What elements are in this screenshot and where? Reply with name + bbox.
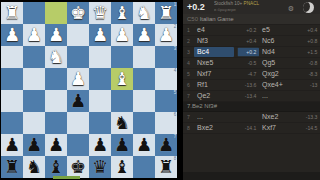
square-d6[interactable] [89,112,111,134]
move-black[interactable]: Kxf7 [259,123,299,133]
square-f5[interactable] [45,90,67,112]
eval-score: +0.2 [187,2,205,12]
square-h8[interactable]: ♜ [1,156,23,178]
move-number: 7 [184,113,193,122]
square-h7[interactable]: ♟ [1,134,23,156]
analysis-progress-bar [53,176,80,179]
move-black[interactable]: Qxe4+ [259,80,299,90]
move-row: 2Nf3+0.4Nc6+0.8 [183,36,320,47]
variation-line[interactable]: 7.Be2 Nf3# [183,102,320,112]
square-g5[interactable] [23,90,45,112]
move-black[interactable]: Nxe2 [259,112,299,122]
black-bishop: ♝ [111,156,133,178]
square-e8[interactable]: ♚ [67,156,89,178]
square-b8[interactable] [133,156,155,178]
analysis-panel: +0.2 Stockfish 10+ PNACL в браузере ⚙ C5… [183,0,320,180]
square-d8[interactable]: ♛ [89,156,111,178]
black-pawn: ♟ [89,134,111,156]
move-white[interactable]: Nxf7 [194,69,234,79]
black-pawn: ♟ [67,90,89,112]
move-row: 7Qe2-13.4... [183,91,320,102]
white-pawn: ♟ [67,68,89,90]
move-white[interactable]: Nf3 [194,36,234,46]
square-e4[interactable]: ♟ [67,68,89,90]
eval-white [238,113,259,122]
square-f4[interactable] [45,68,67,90]
engine-info: Stockfish 10+ PNACL в браузере [214,1,272,13]
square-h4[interactable] [1,68,23,90]
square-h3[interactable] [1,46,23,68]
white-knight: ♞ [45,46,67,68]
move-black[interactable]: Qg5 [259,58,299,68]
white-pawn: ♟ [1,24,23,46]
square-b5[interactable] [133,90,155,112]
white-knight: ♞ [133,2,155,24]
rank-label: 2 [173,24,176,29]
rank-label: 6 [173,112,176,117]
white-bishop: ♝ [111,68,133,90]
eval-white: +0.4 [238,37,259,46]
eval-black: -13.3 [302,113,320,122]
move-white[interactable]: Rf1 [194,80,234,90]
square-g2[interactable]: ♟ [23,24,45,46]
move-row: 6Rf1-13.6Qxe4+-13 [183,80,320,91]
square-b4[interactable] [133,68,155,90]
square-c7[interactable]: ♟ [111,134,133,156]
square-b1[interactable]: ♞ [133,2,155,24]
eval-white: -14.1 [238,124,259,133]
square-h2[interactable]: ♟ [1,24,23,46]
square-c3[interactable] [111,46,133,68]
move-row: 8Bxe2-14.1Kxf7-14.5 [183,123,320,134]
square-g1[interactable] [23,2,45,24]
move-number: 4 [184,59,193,68]
white-pawn: ♟ [111,24,133,46]
eval-black: +0.4 [302,26,320,35]
engine-location: в браузере [214,7,256,11]
engine-tech: PNACL [244,1,260,6]
move-row: 5Nxf7-4.7Qxg2-8.3 [183,69,320,80]
white-bishop: ♝ [111,2,133,24]
move-row: 4Nxe5-0.5Qg5-0.8 [183,58,320,69]
move-white[interactable]: e4 [194,25,234,35]
engine-name: Stockfish 10+ PNACL [214,1,259,6]
analysis-screen: ♜♚♛♝♞♜1♟♟♟♟♟♟♟2♞3♟♝4♟5♞6♟♟♟♟♟♟♟7♜♞♝♚♛♝♜8… [0,0,320,180]
move-number: 7 [184,92,193,101]
opening-name: C50 Italian Game [183,14,320,25]
square-d7[interactable]: ♟ [89,134,111,156]
move-number: 2 [184,37,193,46]
chess-board[interactable]: ♜♚♛♝♞♜1♟♟♟♟♟♟♟2♞3♟♝4♟5♞6♟♟♟♟♟♟♟7♜♞♝♚♛♝♜8 [1,2,177,178]
move-black[interactable]: Nd4 [259,47,299,57]
rank-label: 3 [173,46,176,51]
opening-eco: C50 [187,16,198,22]
square-g8[interactable]: ♞ [23,156,45,178]
square-e5[interactable]: ♟ [67,90,89,112]
eval-black: -13 [302,81,320,90]
square-h1[interactable]: ♜ [1,2,23,24]
square-g4[interactable] [23,68,45,90]
square-f2[interactable]: ♟ [45,24,67,46]
white-rook: ♜ [1,2,23,24]
toggle-knob [303,2,310,12]
square-d1[interactable]: ♛ [89,2,111,24]
move-row: 3Bc4+0.2Nd4+1.5 [183,47,320,58]
square-a1[interactable]: ♜1 [155,2,177,24]
eval-white: -13.4 [238,92,259,101]
square-d5[interactable] [89,90,111,112]
engine-header: +0.2 Stockfish 10+ PNACL в браузере ⚙ [183,0,320,14]
eval-black: -14.5 [302,124,320,133]
black-bishop: ♝ [45,156,67,178]
square-f1[interactable] [45,2,67,24]
square-a4[interactable]: 4 [155,68,177,90]
square-e6[interactable] [67,112,89,134]
square-e2[interactable] [67,24,89,46]
gear-icon[interactable]: ⚙ [288,5,294,12]
square-c5[interactable] [111,90,133,112]
square-c1[interactable]: ♝ [111,2,133,24]
move-black[interactable]: ... [259,91,299,101]
black-knight: ♞ [23,156,45,178]
move-number: 8 [184,124,193,133]
move-white[interactable]: Nxe5 [194,58,234,68]
square-a7[interactable]: ♟7 [155,134,177,156]
square-d4[interactable] [89,68,111,90]
eval-white: -13.6 [238,81,259,90]
square-c8[interactable]: ♝ [111,156,133,178]
square-a8[interactable]: ♜8 [155,156,177,178]
square-b2[interactable]: ♟ [133,24,155,46]
eval-black: +1.5 [302,48,320,57]
eval-black [302,92,320,101]
white-king: ♚ [67,2,89,24]
engine-toggle[interactable] [303,2,314,13]
move-black[interactable]: e5 [259,25,299,35]
move-list: 1e4+0.2e5+0.42Nf3+0.4Nc6+0.83Bc4+0.2Nd4+… [183,25,320,134]
eval-white: -0.5 [238,59,259,68]
move-white[interactable]: ... [194,112,234,122]
eval-white: +0.2 [238,48,259,57]
square-a5[interactable]: 5 [155,90,177,112]
square-g6[interactable] [23,112,45,134]
black-queen: ♛ [89,156,111,178]
square-f3[interactable]: ♞ [45,46,67,68]
black-knight: ♞ [111,112,133,134]
square-e7[interactable] [67,134,89,156]
black-pawn: ♟ [1,134,23,156]
square-g3[interactable] [23,46,45,68]
square-c2[interactable]: ♟ [111,24,133,46]
panel-footer [183,172,320,180]
square-c6[interactable]: ♞ [111,112,133,134]
eval-black: +0.8 [302,37,320,46]
square-a2[interactable]: ♟2 [155,24,177,46]
move-number: 3 [184,48,193,57]
black-pawn: ♟ [111,134,133,156]
move-white[interactable]: Qe2 [194,91,234,101]
rank-label: 1 [173,2,176,7]
square-b7[interactable]: ♟ [133,134,155,156]
square-f8[interactable]: ♝ [45,156,67,178]
move-white[interactable]: Bxe2 [194,123,234,133]
eval-black: -0.8 [302,59,320,68]
eval-white: -4.7 [238,70,259,79]
black-pawn: ♟ [45,134,67,156]
white-pawn: ♟ [23,24,45,46]
square-e3[interactable] [67,46,89,68]
eval-white: +0.2 [238,26,259,35]
square-d3[interactable] [89,46,111,68]
move-white[interactable]: Bc4 [194,47,234,57]
square-d2[interactable]: ♟ [89,24,111,46]
move-row: 7...Nxe2-13.3 [183,112,320,123]
move-number: 5 [184,70,193,79]
black-king: ♚ [67,156,89,178]
black-pawn: ♟ [23,134,45,156]
move-black[interactable]: Qxg2 [259,69,299,79]
black-rook: ♜ [1,156,23,178]
square-c4[interactable]: ♝ [111,68,133,90]
black-pawn: ♟ [133,134,155,156]
white-queen: ♛ [89,2,111,24]
move-number: 6 [184,81,193,90]
square-e1[interactable]: ♚ [67,2,89,24]
square-h6[interactable] [1,112,23,134]
square-g7[interactable]: ♟ [23,134,45,156]
square-a3[interactable]: 3 [155,46,177,68]
square-a6[interactable]: 6 [155,112,177,134]
square-h5[interactable] [1,90,23,112]
rank-label: 4 [173,68,176,73]
white-pawn: ♟ [89,24,111,46]
square-f6[interactable] [45,112,67,134]
white-pawn: ♟ [45,24,67,46]
move-number: 1 [184,26,193,35]
eval-black: -8.3 [302,70,320,79]
square-f7[interactable]: ♟ [45,134,67,156]
rank-label: 8 [173,156,176,161]
move-black[interactable]: Nc6 [259,36,299,46]
square-b3[interactable] [133,46,155,68]
rank-label: 5 [173,90,176,95]
square-b6[interactable] [133,112,155,134]
move-row: 1e4+0.2e5+0.4 [183,25,320,36]
rank-label: 7 [173,134,176,139]
white-pawn: ♟ [133,24,155,46]
